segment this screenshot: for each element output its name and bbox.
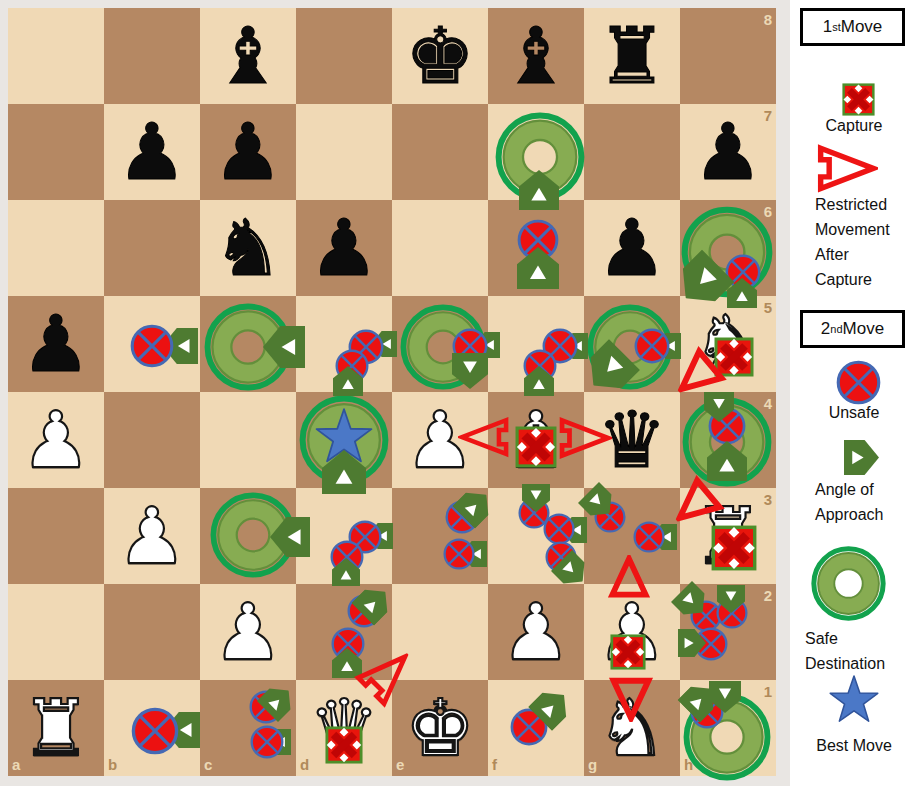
coord-rank-1: 1: [764, 684, 772, 699]
safe-line-1: Safe: [805, 626, 885, 651]
legend-best-label: Best Move: [798, 733, 910, 758]
square-b2[interactable]: [104, 584, 200, 680]
square-h8[interactable]: 8: [680, 8, 776, 104]
square-b8[interactable]: [104, 8, 200, 104]
square-b5[interactable]: [104, 296, 200, 392]
coord-rank-2: 2: [764, 588, 772, 603]
piece-white-knight[interactable]: ♞: [680, 296, 776, 392]
legend-capture-label: Capture: [798, 113, 910, 138]
square-e3[interactable]: [392, 488, 488, 584]
square-a7[interactable]: [8, 104, 104, 200]
square-h2[interactable]: 2: [680, 584, 776, 680]
coord-rank-4: 4: [764, 396, 772, 411]
piece-black-queen[interactable]: ♛: [584, 392, 680, 488]
coord-file-f: f: [492, 757, 497, 772]
square-c1[interactable]: c: [200, 680, 296, 776]
piece-white-pawn[interactable]: ♟: [8, 392, 104, 488]
piece-black-rook[interactable]: ♜: [584, 8, 680, 104]
square-a8[interactable]: [8, 8, 104, 104]
angle-line-2: Approach: [815, 502, 884, 527]
square-e5[interactable]: [392, 296, 488, 392]
piece-black-bishop[interactable]: ♝: [488, 8, 584, 104]
square-f6[interactable]: [488, 200, 584, 296]
restricted-line-4: Capture: [815, 267, 890, 292]
square-h6[interactable]: 6: [680, 200, 776, 296]
piece-white-pawn[interactable]: ♟: [104, 488, 200, 584]
piece-black-pawn[interactable]: ♟: [200, 104, 296, 200]
coord-rank-6: 6: [764, 204, 772, 219]
safe-line-2: Destination: [805, 651, 885, 676]
piece-black-knight[interactable]: ♞: [200, 200, 296, 296]
square-h1[interactable]: 1h: [680, 680, 776, 776]
square-d8[interactable]: [296, 8, 392, 104]
square-b1[interactable]: b: [104, 680, 200, 776]
angle-of-approach-icon: [844, 440, 879, 479]
square-c3[interactable]: [200, 488, 296, 584]
piece-black-pawn[interactable]: ♟: [8, 296, 104, 392]
square-d4[interactable]: [296, 392, 392, 488]
coord-rank-8: 8: [764, 12, 772, 27]
piece-white-pawn[interactable]: ♟: [200, 584, 296, 680]
square-g7[interactable]: [584, 104, 680, 200]
second-move-rest: Move: [843, 319, 885, 339]
piece-white-rook[interactable]: ♜: [8, 680, 104, 776]
square-c4[interactable]: [200, 392, 296, 488]
square-e7[interactable]: [392, 104, 488, 200]
square-g5[interactable]: [584, 296, 680, 392]
square-a6[interactable]: [8, 200, 104, 296]
square-a2[interactable]: [8, 584, 104, 680]
coord-file-h: h: [684, 757, 693, 772]
legend-first-move-title: 1st Move: [800, 8, 905, 46]
square-d2[interactable]: [296, 584, 392, 680]
screenshot-root: 8765432abcdefg1h: [0, 0, 918, 786]
piece-white-knight[interactable]: ♞: [584, 680, 680, 776]
legend-unsafe-label: Unsafe: [798, 400, 910, 425]
restricted-movement-icon: [816, 142, 878, 199]
square-f7[interactable]: [488, 104, 584, 200]
legend-angle-label: Angle of Approach: [815, 477, 884, 527]
square-f5[interactable]: [488, 296, 584, 392]
square-f1[interactable]: f: [488, 680, 584, 776]
coord-file-c: c: [204, 757, 212, 772]
legend-restricted-label: Restricted Movement After Capture: [815, 192, 890, 292]
legend-panel: 1st Move Capture Restricted Movement Aft…: [798, 0, 918, 786]
square-c5[interactable]: [200, 296, 296, 392]
restricted-line-2: Movement: [815, 217, 890, 242]
piece-white-king[interactable]: ♚: [392, 680, 488, 776]
safe-destination-icon: [810, 545, 887, 626]
piece-black-pawn[interactable]: ♟: [584, 200, 680, 296]
square-d3[interactable]: [296, 488, 392, 584]
legend-safe-label: Safe Destination: [805, 626, 885, 676]
square-f3[interactable]: [488, 488, 584, 584]
piece-white-pawn[interactable]: ♟: [488, 584, 584, 680]
square-e2[interactable]: [392, 584, 488, 680]
piece-white-rook[interactable]: ♜: [680, 488, 776, 584]
piece-black-pawn[interactable]: ♟: [104, 104, 200, 200]
square-a3[interactable]: [8, 488, 104, 584]
piece-white-queen[interactable]: ♛: [296, 680, 392, 776]
piece-white-pawn[interactable]: ♟: [584, 584, 680, 680]
piece-black-king[interactable]: ♚: [392, 8, 488, 104]
square-d5[interactable]: [296, 296, 392, 392]
first-move-rest: Move: [841, 17, 883, 37]
best-move-icon: [828, 675, 880, 731]
square-e6[interactable]: [392, 200, 488, 296]
square-b6[interactable]: [104, 200, 200, 296]
square-b4[interactable]: [104, 392, 200, 488]
square-h4[interactable]: 4: [680, 392, 776, 488]
restricted-line-1: Restricted: [815, 192, 890, 217]
piece-black-pawn[interactable]: ♟: [296, 200, 392, 296]
piece-black-bishop[interactable]: ♝: [200, 8, 296, 104]
square-d7[interactable]: [296, 104, 392, 200]
first-move-num: 1: [823, 17, 832, 37]
angle-line-1: Angle of: [815, 477, 884, 502]
second-move-num: 2: [821, 319, 830, 339]
square-g3[interactable]: [584, 488, 680, 584]
piece-white-pawn[interactable]: ♟: [392, 392, 488, 488]
piece-white-bishop[interactable]: ♝: [488, 392, 584, 488]
coord-file-b: b: [108, 757, 117, 772]
restricted-line-3: After: [815, 242, 890, 267]
board-frame: 8765432abcdefg1h: [0, 0, 790, 786]
legend-second-move-title: 2nd Move: [800, 310, 905, 348]
chess-board: 8765432abcdefg1h: [8, 8, 776, 776]
piece-black-pawn[interactable]: ♟: [680, 104, 776, 200]
